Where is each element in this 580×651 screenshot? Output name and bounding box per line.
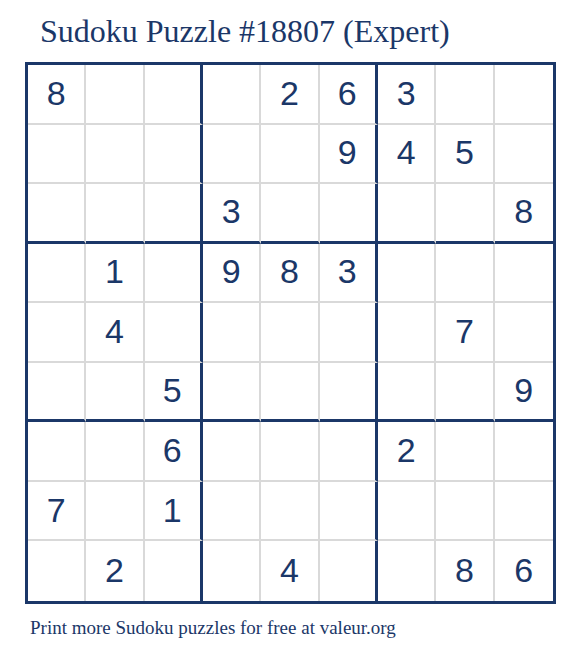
given-digit: 4 [105,314,124,348]
cell-r3c5[interactable] [261,184,319,244]
given-digit: 6 [514,553,533,587]
cell-r6c2[interactable] [86,363,144,423]
cell-r5c5[interactable] [261,303,319,363]
footer-note: Print more Sudoku puzzles for free at va… [30,617,396,639]
given-digit: 2 [397,433,416,467]
cell-r1c7[interactable]: 3 [378,65,436,125]
cell-r9c7[interactable] [378,541,436,601]
cell-r8c1[interactable]: 7 [28,482,86,542]
cell-r6c1[interactable] [28,363,86,423]
cell-r6c8[interactable] [436,363,494,423]
cell-r4c9[interactable] [495,244,553,304]
cell-r3c2[interactable] [86,184,144,244]
given-digit: 7 [47,493,66,527]
cell-r1c3[interactable] [145,65,203,125]
cell-r8c6[interactable] [320,482,378,542]
cell-r6c5[interactable] [261,363,319,423]
cell-r9c4[interactable] [203,541,261,601]
cell-r2c2[interactable] [86,125,144,185]
given-digit: 5 [163,373,182,407]
cell-r9c5[interactable]: 4 [261,541,319,601]
cell-r8c9[interactable] [495,482,553,542]
cell-r6c6[interactable] [320,363,378,423]
cell-r4c2[interactable]: 1 [86,244,144,304]
cell-r2c8[interactable]: 5 [436,125,494,185]
cell-r9c6[interactable] [320,541,378,601]
cell-r5c7[interactable] [378,303,436,363]
cell-r1c2[interactable] [86,65,144,125]
cell-r1c6[interactable]: 6 [320,65,378,125]
cell-r5c8[interactable]: 7 [436,303,494,363]
cell-r4c7[interactable] [378,244,436,304]
cell-r1c9[interactable] [495,65,553,125]
given-digit: 8 [455,553,474,587]
page-title: Sudoku Puzzle #18807 (Expert) [40,14,450,49]
sudoku-board: 8263945381983475962712486 [25,62,556,604]
cell-r8c4[interactable] [203,482,261,542]
cell-r8c3[interactable]: 1 [145,482,203,542]
cell-r5c2[interactable]: 4 [86,303,144,363]
cell-r4c3[interactable] [145,244,203,304]
cell-r6c9[interactable]: 9 [495,363,553,423]
cell-r7c1[interactable] [28,422,86,482]
cell-r2c3[interactable] [145,125,203,185]
given-digit: 6 [163,433,182,467]
cell-r9c8[interactable]: 8 [436,541,494,601]
cell-r2c1[interactable] [28,125,86,185]
cell-r9c9[interactable]: 6 [495,541,553,601]
cell-r4c5[interactable]: 8 [261,244,319,304]
cell-r5c9[interactable] [495,303,553,363]
given-digit: 2 [105,553,124,587]
cell-r4c4[interactable]: 9 [203,244,261,304]
cell-r8c2[interactable] [86,482,144,542]
cell-r3c8[interactable] [436,184,494,244]
cell-r7c7[interactable]: 2 [378,422,436,482]
cell-r4c1[interactable] [28,244,86,304]
given-digit: 7 [455,314,474,348]
cell-r5c1[interactable] [28,303,86,363]
given-digit: 2 [280,76,299,110]
cell-r3c9[interactable]: 8 [495,184,553,244]
cell-r5c3[interactable] [145,303,203,363]
cell-r8c7[interactable] [378,482,436,542]
given-digit: 6 [338,76,357,110]
given-digit: 3 [397,76,416,110]
given-digit: 8 [280,254,299,288]
given-digit: 4 [397,135,416,169]
cell-r4c6[interactable]: 3 [320,244,378,304]
given-digit: 3 [338,254,357,288]
cell-r8c5[interactable] [261,482,319,542]
cell-r4c8[interactable] [436,244,494,304]
cell-r3c6[interactable] [320,184,378,244]
cell-r7c2[interactable] [86,422,144,482]
cell-r6c3[interactable]: 5 [145,363,203,423]
cell-r2c5[interactable] [261,125,319,185]
cell-r2c7[interactable]: 4 [378,125,436,185]
cell-r1c8[interactable] [436,65,494,125]
cell-r3c7[interactable] [378,184,436,244]
given-digit: 3 [222,194,241,228]
cell-r5c6[interactable] [320,303,378,363]
cell-r7c8[interactable] [436,422,494,482]
cell-r1c1[interactable]: 8 [28,65,86,125]
cell-r7c5[interactable] [261,422,319,482]
cell-r1c4[interactable] [203,65,261,125]
cell-r3c4[interactable]: 3 [203,184,261,244]
given-digit: 9 [338,135,357,169]
cell-r7c9[interactable] [495,422,553,482]
cell-r9c3[interactable] [145,541,203,601]
given-digit: 9 [222,254,241,288]
cell-r3c1[interactable] [28,184,86,244]
cell-r9c2[interactable]: 2 [86,541,144,601]
cell-r6c7[interactable] [378,363,436,423]
cell-r5c4[interactable] [203,303,261,363]
given-digit: 4 [280,553,299,587]
cell-r2c9[interactable] [495,125,553,185]
cell-r2c6[interactable]: 9 [320,125,378,185]
cell-r3c3[interactable] [145,184,203,244]
given-digit: 8 [47,76,66,110]
cell-r7c6[interactable] [320,422,378,482]
cell-r6c4[interactable] [203,363,261,423]
given-digit: 9 [514,373,533,407]
cell-r7c4[interactable] [203,422,261,482]
cell-r7c3[interactable]: 6 [145,422,203,482]
given-digit: 5 [455,135,474,169]
cell-r9c1[interactable] [28,541,86,601]
cell-r2c4[interactable] [203,125,261,185]
given-digit: 8 [514,194,533,228]
cell-r8c8[interactable] [436,482,494,542]
cell-r1c5[interactable]: 2 [261,65,319,125]
given-digit: 1 [163,493,182,527]
given-digit: 1 [105,254,124,288]
